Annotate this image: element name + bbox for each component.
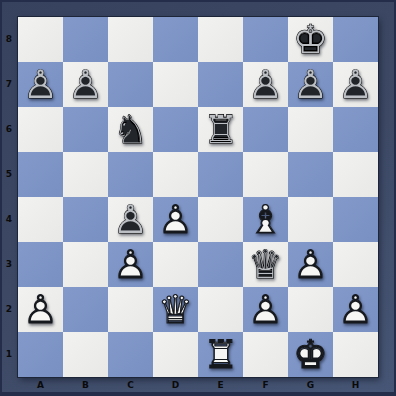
- file-label-f: F: [243, 379, 288, 393]
- piece-white-queen[interactable]: ♛♕: [153, 287, 198, 332]
- piece-glyph-outline: ♔: [288, 17, 333, 62]
- square-h7[interactable]: ♟♙: [333, 62, 378, 107]
- piece-glyph-outline: ♙: [108, 242, 153, 287]
- file-label-h: H: [333, 379, 378, 393]
- piece-white-pawn[interactable]: ♟♙: [18, 287, 63, 332]
- piece-glyph-outline: ♙: [288, 242, 333, 287]
- rank-label-3: 3: [0, 242, 18, 287]
- file-label-d: D: [153, 379, 198, 393]
- square-c2[interactable]: [108, 287, 153, 332]
- square-a2[interactable]: ♟♙: [18, 287, 63, 332]
- piece-white-pawn[interactable]: ♟♙: [108, 242, 153, 287]
- piece-black-pawn[interactable]: ♟♙: [63, 62, 108, 107]
- square-d1[interactable]: [153, 332, 198, 377]
- square-g8[interactable]: ♚♔: [288, 17, 333, 62]
- file-label-b: B: [63, 379, 108, 393]
- piece-black-knight[interactable]: ♞♘: [108, 107, 153, 152]
- square-h5[interactable]: [333, 152, 378, 197]
- square-b4[interactable]: [63, 197, 108, 242]
- square-a4[interactable]: [18, 197, 63, 242]
- piece-white-pawn[interactable]: ♟♙: [288, 242, 333, 287]
- square-e8[interactable]: [198, 17, 243, 62]
- square-c6[interactable]: ♞♘: [108, 107, 153, 152]
- piece-glyph-outline: ♔: [288, 332, 333, 377]
- rank-label-5: 5: [0, 152, 18, 197]
- piece-glyph-outline: ♘: [108, 107, 153, 152]
- piece-white-pawn[interactable]: ♟♙: [333, 287, 378, 332]
- rank-label-8: 8: [0, 17, 18, 62]
- square-d2[interactable]: ♛♕: [153, 287, 198, 332]
- piece-white-bishop[interactable]: ♝♗: [243, 197, 288, 242]
- square-f1[interactable]: [243, 332, 288, 377]
- square-a8[interactable]: [18, 17, 63, 62]
- piece-glyph-outline: ♙: [288, 62, 333, 107]
- square-a6[interactable]: [18, 107, 63, 152]
- square-h3[interactable]: [333, 242, 378, 287]
- rank-labels: 87654321: [0, 17, 18, 377]
- square-d8[interactable]: [153, 17, 198, 62]
- square-b8[interactable]: [63, 17, 108, 62]
- piece-black-pawn[interactable]: ♟♙: [18, 62, 63, 107]
- square-g6[interactable]: [288, 107, 333, 152]
- file-label-c: C: [108, 379, 153, 393]
- square-g4[interactable]: [288, 197, 333, 242]
- square-g3[interactable]: ♟♙: [288, 242, 333, 287]
- square-b6[interactable]: [63, 107, 108, 152]
- square-c4[interactable]: ♟♙: [108, 197, 153, 242]
- file-label-a: A: [18, 379, 63, 393]
- piece-white-pawn[interactable]: ♟♙: [153, 197, 198, 242]
- piece-black-rook[interactable]: ♜♖: [198, 107, 243, 152]
- square-e6[interactable]: ♜♖: [198, 107, 243, 152]
- piece-black-pawn[interactable]: ♟♙: [243, 62, 288, 107]
- piece-glyph-outline: ♙: [333, 62, 378, 107]
- square-c3[interactable]: ♟♙: [108, 242, 153, 287]
- square-h1[interactable]: [333, 332, 378, 377]
- square-d7[interactable]: [153, 62, 198, 107]
- square-h4[interactable]: [333, 197, 378, 242]
- square-e5[interactable]: [198, 152, 243, 197]
- square-g1[interactable]: ♚♔: [288, 332, 333, 377]
- file-labels: ABCDEFGH: [18, 379, 378, 393]
- square-b3[interactable]: [63, 242, 108, 287]
- file-label-e: E: [198, 379, 243, 393]
- square-h8[interactable]: [333, 17, 378, 62]
- square-g2[interactable]: [288, 287, 333, 332]
- square-b1[interactable]: [63, 332, 108, 377]
- square-f3[interactable]: ♛♕: [243, 242, 288, 287]
- piece-glyph-outline: ♙: [243, 287, 288, 332]
- board-frame: 87654321 ABCDEFGH ♚♔♟♙♟♙♟♙♟♙♟♙♞♘♜♖♟♙♟♙♝♗…: [0, 0, 396, 396]
- rank-label-2: 2: [0, 287, 18, 332]
- square-d3[interactable]: [153, 242, 198, 287]
- square-f7[interactable]: ♟♙: [243, 62, 288, 107]
- square-b5[interactable]: [63, 152, 108, 197]
- square-g7[interactable]: ♟♙: [288, 62, 333, 107]
- piece-glyph-outline: ♙: [63, 62, 108, 107]
- square-f2[interactable]: ♟♙: [243, 287, 288, 332]
- square-e4[interactable]: [198, 197, 243, 242]
- square-d6[interactable]: [153, 107, 198, 152]
- square-f4[interactable]: ♝♗: [243, 197, 288, 242]
- rank-label-6: 6: [0, 107, 18, 152]
- rank-label-1: 1: [0, 332, 18, 377]
- square-c1[interactable]: [108, 332, 153, 377]
- square-d4[interactable]: ♟♙: [153, 197, 198, 242]
- square-c8[interactable]: [108, 17, 153, 62]
- piece-black-pawn[interactable]: ♟♙: [288, 62, 333, 107]
- piece-glyph-outline: ♙: [18, 62, 63, 107]
- square-e2[interactable]: [198, 287, 243, 332]
- piece-white-rook[interactable]: ♜♖: [198, 332, 243, 377]
- square-h6[interactable]: [333, 107, 378, 152]
- piece-glyph-outline: ♙: [333, 287, 378, 332]
- square-h2[interactable]: ♟♙: [333, 287, 378, 332]
- square-g5[interactable]: [288, 152, 333, 197]
- piece-black-king[interactable]: ♚♔: [288, 17, 333, 62]
- square-f5[interactable]: [243, 152, 288, 197]
- piece-glyph-outline: ♙: [243, 62, 288, 107]
- piece-glyph-outline: ♖: [198, 332, 243, 377]
- piece-glyph-outline: ♕: [243, 242, 288, 287]
- piece-glyph-outline: ♙: [108, 197, 153, 242]
- piece-black-pawn[interactable]: ♟♙: [108, 197, 153, 242]
- piece-white-king[interactable]: ♚♔: [288, 332, 333, 377]
- square-a5[interactable]: [18, 152, 63, 197]
- chess-board: ♚♔♟♙♟♙♟♙♟♙♟♙♞♘♜♖♟♙♟♙♝♗♟♙♛♕♟♙♟♙♛♕♟♙♟♙♜♖♚♔: [18, 17, 378, 377]
- square-a3[interactable]: [18, 242, 63, 287]
- square-c5[interactable]: [108, 152, 153, 197]
- square-b7[interactable]: ♟♙: [63, 62, 108, 107]
- rank-label-4: 4: [0, 197, 18, 242]
- square-e1[interactable]: ♜♖: [198, 332, 243, 377]
- square-e7[interactable]: [198, 62, 243, 107]
- square-b2[interactable]: [63, 287, 108, 332]
- piece-glyph-outline: ♙: [18, 287, 63, 332]
- square-a7[interactable]: ♟♙: [18, 62, 63, 107]
- piece-glyph-outline: ♗: [243, 197, 288, 242]
- square-c7[interactable]: [108, 62, 153, 107]
- rank-label-7: 7: [0, 62, 18, 107]
- square-a1[interactable]: [18, 332, 63, 377]
- square-e3[interactable]: [198, 242, 243, 287]
- square-f8[interactable]: [243, 17, 288, 62]
- piece-glyph-outline: ♕: [153, 287, 198, 332]
- square-d5[interactable]: [153, 152, 198, 197]
- piece-black-queen[interactable]: ♛♕: [243, 242, 288, 287]
- piece-glyph-outline: ♙: [153, 197, 198, 242]
- file-label-g: G: [288, 379, 333, 393]
- piece-white-pawn[interactable]: ♟♙: [243, 287, 288, 332]
- piece-glyph-outline: ♖: [198, 107, 243, 152]
- square-f6[interactable]: [243, 107, 288, 152]
- piece-black-pawn[interactable]: ♟♙: [333, 62, 378, 107]
